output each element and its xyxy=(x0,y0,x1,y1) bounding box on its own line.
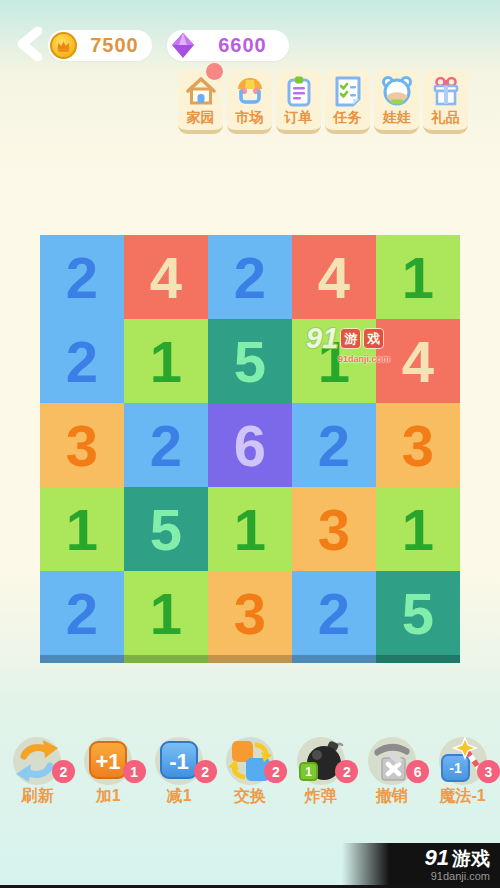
tile-r3c2[interactable]: 2 xyxy=(124,403,208,487)
footer-watermark-91: 91 xyxy=(425,847,449,869)
gem-counter[interactable]: 6600 xyxy=(167,30,289,61)
tool-label: 刷新 xyxy=(21,786,53,807)
footer-watermark-site: 91danji.com xyxy=(431,870,490,882)
tool-refresh[interactable]: 2 刷新 xyxy=(2,737,73,807)
tile-r5c3[interactable]: 3 xyxy=(208,571,292,655)
coin-amount: 7500 xyxy=(77,34,152,57)
tile-r1c1[interactable]: 2 xyxy=(40,235,124,319)
back-button[interactable] xyxy=(14,27,42,61)
tile-r4c2[interactable]: 5 xyxy=(124,487,208,571)
powerup-toolbar: 2 刷新 +1 1 加1 -1 xyxy=(0,737,500,807)
svg-text:-1: -1 xyxy=(449,760,462,776)
doll-icon xyxy=(380,75,414,107)
tool-count-badge: 2 xyxy=(335,760,358,783)
menu-label: 任务 xyxy=(334,109,362,127)
gift-icon xyxy=(429,75,463,107)
tool-label: 加1 xyxy=(96,786,121,807)
board-edge-segment xyxy=(208,655,292,663)
tile-r5c5[interactable]: 5 xyxy=(376,571,460,655)
tool-count-badge: 2 xyxy=(52,760,75,783)
tile-r4c4[interactable]: 3 xyxy=(292,487,376,571)
menu-button-tasks[interactable]: 任务 xyxy=(325,70,370,134)
footer-watermark-text: 游戏 xyxy=(452,849,490,868)
tool-label: 魔法-1 xyxy=(439,786,485,807)
tile-r2c1[interactable]: 2 xyxy=(40,319,124,403)
task-icon xyxy=(331,75,365,107)
tool-label: 炸弹 xyxy=(305,786,337,807)
menu-button-doll[interactable]: 娃娃 xyxy=(374,70,419,134)
tile-r1c2[interactable]: 4 xyxy=(124,235,208,319)
tile-r5c1[interactable]: 2 xyxy=(40,571,124,655)
footer-watermark: 91 游戏 91danji.com xyxy=(342,843,500,886)
svg-text:-1: -1 xyxy=(169,749,189,774)
menu-label: 娃娃 xyxy=(383,109,411,127)
svg-text:+1: +1 xyxy=(96,749,121,774)
notification-dot xyxy=(206,63,223,80)
tool-label: 撤销 xyxy=(376,786,408,807)
market-icon xyxy=(233,75,267,107)
board-edge-segment xyxy=(40,655,124,663)
tile-r2c4[interactable]: 1 xyxy=(292,319,376,403)
menu-button-gifts[interactable]: 礼品 xyxy=(423,70,468,134)
board-bottom-edge xyxy=(40,655,460,663)
tile-r1c4[interactable]: 4 xyxy=(292,235,376,319)
tool-bomb[interactable]: 1 2 炸弹 xyxy=(285,737,356,807)
menu-button-orders[interactable]: 订单 xyxy=(276,70,321,134)
board-edge-segment xyxy=(292,655,376,663)
svg-text:1: 1 xyxy=(305,765,312,779)
menu-label: 礼品 xyxy=(432,109,460,127)
tool-count-badge: 6 xyxy=(406,760,429,783)
tool-swap[interactable]: 2 交换 xyxy=(215,737,286,807)
tool-magic[interactable]: -1 3 魔法-1 xyxy=(427,737,498,807)
tile-r2c3[interactable]: 5 xyxy=(208,319,292,403)
game-screen: 7500 6600 家园 xyxy=(0,0,500,888)
tile-r5c2[interactable]: 1 xyxy=(124,571,208,655)
tool-count-badge: 2 xyxy=(194,760,217,783)
gem-icon xyxy=(170,32,196,59)
tile-r1c3[interactable]: 2 xyxy=(208,235,292,319)
tile-r2c2[interactable]: 1 xyxy=(124,319,208,403)
tool-label: 交换 xyxy=(234,786,266,807)
tool-label: 减1 xyxy=(167,786,192,807)
tile-r3c1[interactable]: 3 xyxy=(40,403,124,487)
board-grid: 2424121514326231513121325 xyxy=(40,235,460,655)
tile-r4c5[interactable]: 1 xyxy=(376,487,460,571)
menu-label: 市场 xyxy=(236,109,264,127)
tool-minus-one[interactable]: -1 2 减1 xyxy=(144,737,215,807)
tile-r3c3[interactable]: 6 xyxy=(208,403,292,487)
tile-r4c1[interactable]: 1 xyxy=(40,487,124,571)
tool-count-badge: 1 xyxy=(123,760,146,783)
tile-r3c5[interactable]: 3 xyxy=(376,403,460,487)
board-edge-segment xyxy=(376,655,460,663)
tool-count-badge: 2 xyxy=(264,760,287,783)
tool-undo[interactable]: 6 撤销 xyxy=(356,737,427,807)
menu-button-market[interactable]: 市场 xyxy=(227,70,272,134)
tile-r2c5[interactable]: 4 xyxy=(376,319,460,403)
tile-r3c4[interactable]: 2 xyxy=(292,403,376,487)
gem-amount: 6600 xyxy=(196,34,289,57)
menu-label: 家园 xyxy=(187,109,215,127)
order-icon xyxy=(282,75,316,107)
coin-counter[interactable]: 7500 xyxy=(48,30,152,61)
menu-label: 订单 xyxy=(285,109,313,127)
board-edge-segment xyxy=(124,655,208,663)
menu-bar: 家园 市场 订单 xyxy=(178,70,468,134)
tile-r4c3[interactable]: 1 xyxy=(208,487,292,571)
tool-plus-one[interactable]: +1 1 加1 xyxy=(73,737,144,807)
tile-r5c4[interactable]: 2 xyxy=(292,571,376,655)
coin-icon xyxy=(50,32,77,59)
tile-r1c5[interactable]: 1 xyxy=(376,235,460,319)
tool-count-badge: 3 xyxy=(477,760,500,783)
